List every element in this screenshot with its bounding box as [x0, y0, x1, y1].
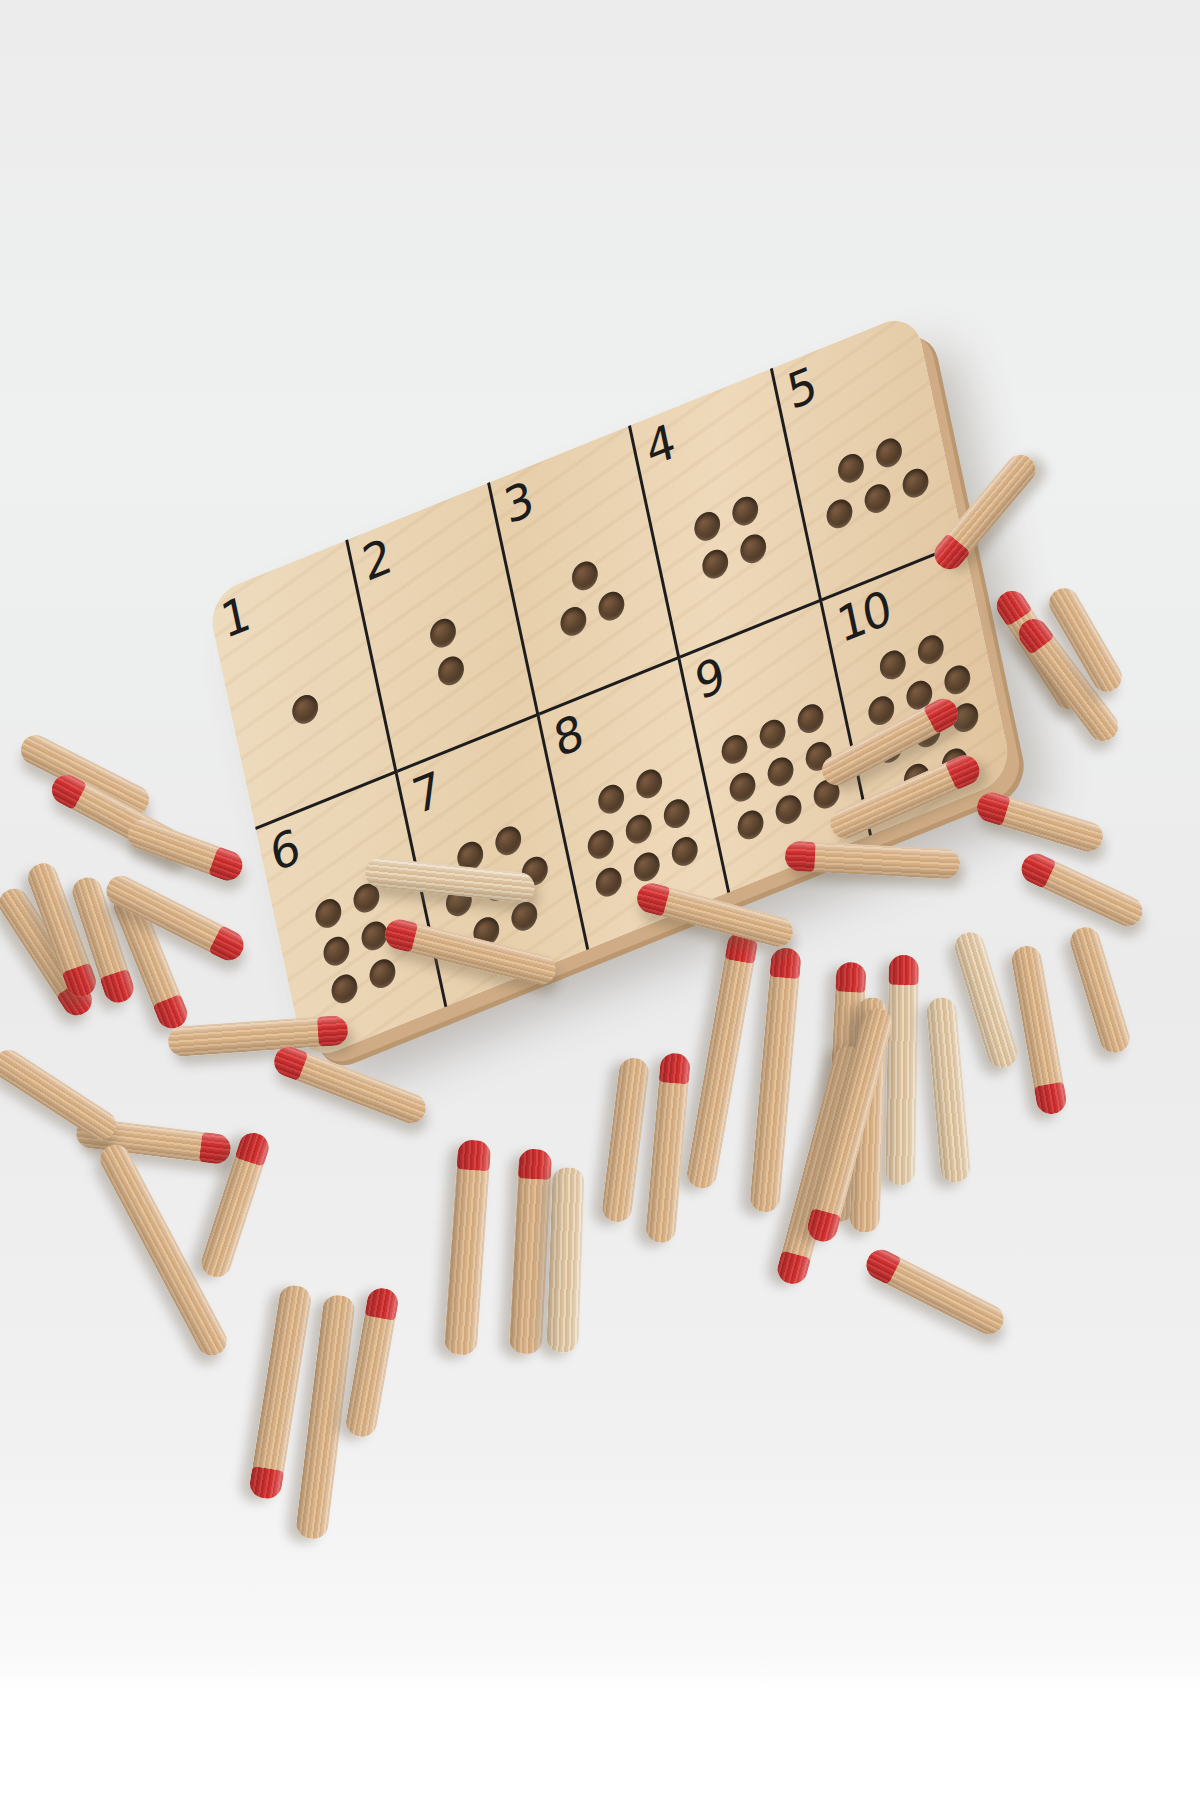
peg-hole[interactable] [493, 822, 524, 859]
hole-row [558, 587, 627, 639]
counting-board: 12345678910 [206, 310, 1014, 1063]
peg-stick-42[interactable] [508, 1148, 552, 1354]
red-tip [774, 1250, 811, 1287]
peg-stick-31[interactable] [0, 1044, 122, 1145]
red-tip [888, 955, 919, 986]
red-tip [456, 1139, 491, 1171]
cell-7-label: 7 [408, 765, 443, 822]
peg-hole[interactable] [915, 631, 946, 668]
peg-hole[interactable] [735, 807, 766, 844]
peg-hole[interactable] [730, 492, 761, 529]
peg-stick-32[interactable] [270, 1042, 430, 1127]
peg-hole[interactable] [428, 614, 459, 651]
peg-stick-14[interactable] [749, 947, 802, 1214]
peg-hole[interactable] [862, 480, 893, 517]
red-tip [208, 925, 248, 965]
peg-hole[interactable] [367, 955, 398, 992]
cell-6-label: 6 [266, 822, 301, 879]
cell-3-label: 3 [500, 474, 535, 531]
peg-hole[interactable] [661, 795, 692, 832]
peg-hole[interactable] [669, 833, 700, 870]
peg-hole[interactable] [623, 811, 654, 848]
peg-hole[interactable] [436, 652, 467, 689]
peg-stick-8[interactable] [784, 840, 960, 879]
peg-hole[interactable] [942, 661, 973, 698]
red-tip [365, 1285, 401, 1320]
peg-stick-7[interactable] [973, 789, 1106, 856]
peg-hole[interactable] [558, 602, 589, 639]
hole-row [436, 652, 467, 689]
peg-hole[interactable] [719, 731, 750, 768]
cell-1-label: 1 [217, 589, 252, 646]
peg-stick-13[interactable] [685, 929, 760, 1190]
red-tip [659, 1052, 692, 1085]
peg-stick-23[interactable] [645, 1052, 691, 1244]
board-grid: 12345678910 [206, 310, 1014, 1063]
peg-hole[interactable] [727, 769, 758, 806]
cell-9-label: 9 [691, 651, 726, 708]
red-tip [517, 1148, 552, 1180]
peg-stick-10[interactable] [951, 929, 1021, 1072]
red-tip [235, 1129, 273, 1167]
peg-hole[interactable] [569, 557, 600, 594]
peg-stick-18[interactable] [925, 997, 971, 1184]
red-tip [861, 1245, 901, 1285]
peg-hole[interactable] [321, 933, 352, 970]
peg-stick-40[interactable] [123, 815, 246, 884]
peg-hole[interactable] [795, 700, 826, 737]
peg-hole[interactable] [757, 716, 788, 753]
red-tip [973, 789, 1010, 826]
peg-hole[interactable] [593, 864, 624, 901]
hole-row [290, 690, 321, 727]
cell-5-label: 5 [783, 360, 818, 417]
peg-hole[interactable] [596, 781, 627, 818]
peg-hole[interactable] [835, 450, 866, 487]
peg-stick-21[interactable] [861, 1245, 1008, 1340]
red-tip [208, 846, 246, 884]
photo-scene: 12345678910 [0, 0, 1200, 1800]
peg-hole[interactable] [631, 848, 662, 885]
peg-hole[interactable] [738, 530, 769, 567]
red-tip [835, 961, 867, 993]
peg-hole[interactable] [692, 507, 723, 544]
peg-hole[interactable] [700, 545, 731, 582]
cell-4-label: 4 [642, 417, 677, 474]
peg-hole[interactable] [824, 495, 855, 532]
peg-stick-11[interactable] [1009, 944, 1068, 1117]
cell-2-label: 2 [358, 532, 393, 589]
peg-stick-12[interactable] [1067, 923, 1134, 1056]
peg-hole[interactable] [329, 971, 360, 1008]
peg-hole[interactable] [773, 791, 804, 828]
peg-hole[interactable] [509, 898, 540, 935]
peg-stick-43[interactable] [546, 1167, 584, 1353]
peg-stick-41[interactable] [443, 1139, 491, 1356]
red-tip [100, 969, 138, 1007]
peg-hole[interactable] [877, 647, 908, 684]
cell-8-label: 8 [550, 708, 585, 765]
peg-stick-9[interactable] [1017, 849, 1147, 931]
peg-hole[interactable] [313, 895, 344, 932]
red-tip [198, 1132, 231, 1165]
red-tip [769, 947, 802, 980]
peg-hole[interactable] [585, 826, 616, 863]
red-tip [1017, 849, 1057, 889]
red-tip [247, 1466, 283, 1501]
peg-hole[interactable] [900, 464, 931, 501]
peg-stick-22[interactable] [600, 1056, 650, 1223]
peg-stick-16[interactable] [885, 955, 919, 1185]
peg-hole[interactable] [873, 434, 904, 471]
peg-hole[interactable] [596, 587, 627, 624]
red-tip [1034, 1082, 1069, 1117]
hole-row [428, 614, 459, 651]
peg-hole[interactable] [634, 765, 665, 802]
hole-row [569, 557, 600, 594]
peg-hole[interactable] [290, 690, 321, 727]
peg-hole[interactable] [765, 753, 796, 790]
